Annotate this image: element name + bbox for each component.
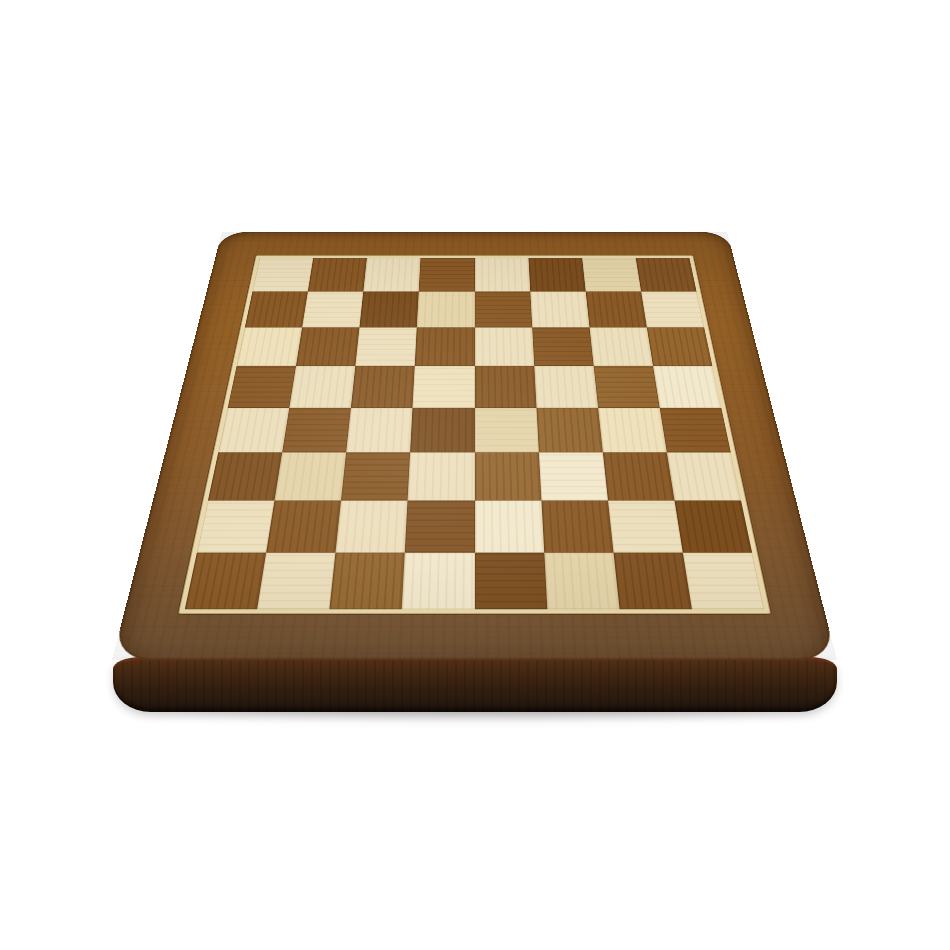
square-g6 — [589, 328, 653, 367]
chessboard-top-surface — [112, 232, 837, 660]
square-g8 — [582, 258, 641, 292]
square-g4 — [598, 408, 667, 453]
square-e1 — [475, 553, 547, 610]
square-c7 — [360, 292, 419, 328]
square-f3 — [539, 452, 608, 500]
square-e2 — [475, 500, 544, 552]
square-b3 — [275, 452, 347, 500]
square-g2 — [608, 500, 683, 552]
square-d3 — [408, 452, 475, 500]
square-f5 — [534, 366, 598, 407]
square-a8 — [252, 258, 313, 292]
chessboard-box-side-face — [113, 657, 837, 712]
square-e6 — [475, 328, 534, 367]
square-f4 — [536, 408, 602, 453]
square-e3 — [475, 452, 542, 500]
square-c2 — [336, 500, 408, 552]
square-h6 — [647, 328, 713, 367]
square-h3 — [667, 452, 741, 500]
square-a2 — [197, 500, 275, 552]
square-b6 — [296, 328, 360, 367]
square-g5 — [593, 366, 659, 407]
square-d1 — [402, 553, 474, 610]
square-e5 — [475, 366, 537, 407]
square-g1 — [613, 553, 691, 610]
square-a4 — [218, 408, 289, 453]
square-d2 — [405, 500, 474, 552]
square-h7 — [641, 292, 704, 328]
square-f6 — [532, 328, 594, 367]
square-h8 — [636, 258, 697, 292]
square-c8 — [363, 258, 420, 292]
square-a5 — [228, 366, 296, 407]
square-a7 — [245, 292, 308, 328]
square-b7 — [302, 292, 363, 328]
square-c4 — [346, 408, 412, 453]
square-g3 — [603, 452, 675, 500]
square-e8 — [475, 258, 531, 292]
square-g7 — [586, 292, 647, 328]
square-b5 — [289, 366, 355, 407]
square-c6 — [356, 328, 418, 367]
square-c3 — [341, 452, 410, 500]
square-b2 — [266, 500, 341, 552]
square-b4 — [282, 408, 351, 453]
square-f2 — [541, 500, 613, 552]
square-a3 — [208, 452, 282, 500]
maple-inlay-border-line — [178, 255, 771, 614]
square-a1 — [185, 553, 266, 610]
square-h4 — [660, 408, 731, 453]
square-e7 — [475, 292, 532, 328]
square-e4 — [475, 408, 539, 453]
square-d5 — [413, 366, 475, 407]
square-f7 — [530, 292, 589, 328]
square-d7 — [417, 292, 474, 328]
square-h1 — [683, 553, 764, 610]
square-f1 — [544, 553, 619, 610]
square-d4 — [410, 408, 474, 453]
square-c5 — [351, 366, 415, 407]
square-b8 — [308, 258, 367, 292]
square-h5 — [653, 366, 721, 407]
photo-background — [0, 0, 950, 950]
square-d8 — [419, 258, 475, 292]
square-d6 — [415, 328, 474, 367]
chessboard-grid — [185, 258, 764, 609]
square-h2 — [674, 500, 752, 552]
square-a6 — [237, 328, 303, 367]
square-b1 — [257, 553, 335, 610]
square-c1 — [330, 553, 405, 610]
square-f8 — [528, 258, 585, 292]
